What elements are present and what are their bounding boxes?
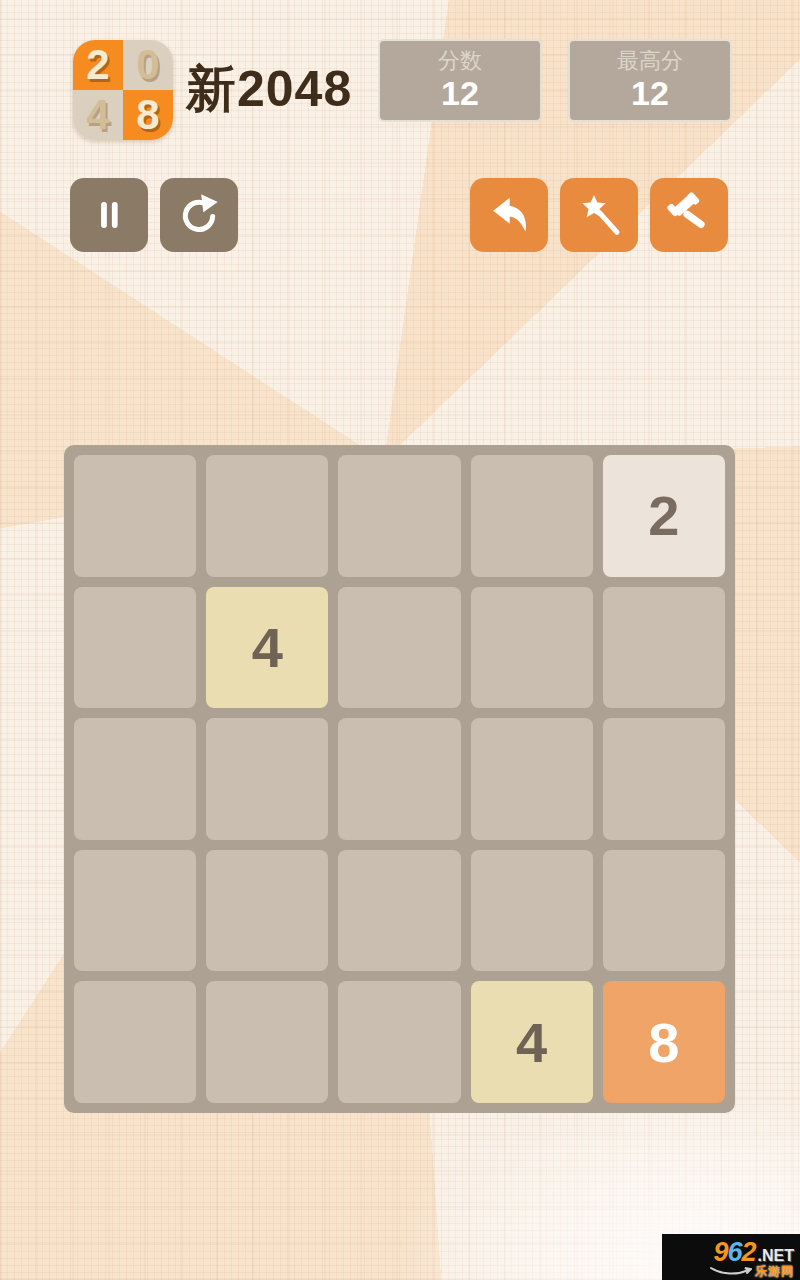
- score-value: 12: [441, 74, 479, 113]
- watermark-site-name: 乐游网: [755, 1265, 794, 1277]
- logo-quadrant-4: 4: [73, 90, 123, 140]
- best-score-label: 最高分: [617, 48, 683, 74]
- watermark-digit: 2: [742, 1237, 756, 1267]
- empty-cell: [74, 850, 196, 972]
- watermark-site: 962 .NET: [713, 1239, 794, 1266]
- empty-cell: [74, 587, 196, 709]
- score-box: 分数 12: [378, 39, 542, 122]
- tile-2: 2: [603, 455, 725, 577]
- logo-quadrant-8: 8: [123, 90, 173, 140]
- game-screen: 2 0 4 8 新2048 分数 12 最高分 12: [0, 0, 800, 1280]
- empty-cell: [74, 981, 196, 1103]
- best-score-value: 12: [631, 74, 669, 113]
- magic-wand-icon: [576, 192, 622, 238]
- empty-cell: [74, 455, 196, 577]
- empty-cell: [74, 718, 196, 840]
- empty-cell: [471, 850, 593, 972]
- empty-cell: [338, 718, 460, 840]
- watermark-digit: 9: [713, 1237, 727, 1267]
- restart-icon: [176, 192, 222, 238]
- empty-cell: [338, 587, 460, 709]
- watermark-tld: .NET: [758, 1248, 794, 1264]
- empty-cell: [338, 850, 460, 972]
- app-logo: 2 0 4 8: [73, 40, 173, 140]
- empty-cell: [471, 718, 593, 840]
- restart-button[interactable]: [160, 178, 238, 252]
- hammer-button[interactable]: [650, 178, 728, 252]
- pause-icon: [86, 192, 132, 238]
- game-board[interactable]: 2448: [64, 445, 735, 1113]
- empty-cell: [206, 455, 328, 577]
- empty-cell: [338, 455, 460, 577]
- best-score-box: 最高分 12: [568, 39, 732, 122]
- tile-8: 8: [603, 981, 725, 1103]
- watermark-digit: 6: [727, 1237, 741, 1267]
- page-title: 新2048: [186, 56, 352, 123]
- undo-arrow-icon: [486, 192, 532, 238]
- empty-cell: [471, 587, 593, 709]
- hammer-icon: [666, 192, 712, 238]
- magic-wand-button[interactable]: [560, 178, 638, 252]
- empty-cell: [471, 455, 593, 577]
- empty-cell: [206, 981, 328, 1103]
- empty-cell: [603, 718, 725, 840]
- tile-4: 4: [471, 981, 593, 1103]
- empty-cell: [603, 850, 725, 972]
- empty-cell: [338, 981, 460, 1103]
- empty-cell: [206, 718, 328, 840]
- pause-button[interactable]: [70, 178, 148, 252]
- undo-button[interactable]: [470, 178, 548, 252]
- empty-cell: [206, 850, 328, 972]
- watermark-badge: 962 .NET 乐游网: [662, 1234, 800, 1280]
- swoosh-arrow-icon: [710, 1266, 752, 1276]
- score-label: 分数: [438, 48, 482, 74]
- logo-quadrant-2: 2: [73, 40, 123, 90]
- logo-quadrant-0: 0: [123, 40, 173, 90]
- empty-cell: [603, 587, 725, 709]
- tile-4: 4: [206, 587, 328, 709]
